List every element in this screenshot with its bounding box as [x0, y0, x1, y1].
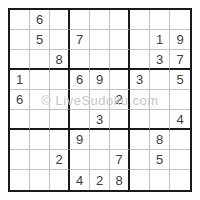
cell-r9c1[interactable]	[10, 170, 30, 190]
cell-r9c5[interactable]: 2	[90, 170, 110, 190]
cell-r2c7[interactable]	[130, 30, 150, 50]
cell-r4c5[interactable]: 9	[90, 70, 110, 90]
cell-r2c4[interactable]: 7	[70, 30, 90, 50]
cell-r7c1[interactable]	[10, 130, 30, 150]
cell-r2c1[interactable]	[10, 30, 30, 50]
cell-r5c6[interactable]: 2	[110, 90, 130, 110]
cell-r3c4[interactable]	[70, 50, 90, 70]
cell-r7c6[interactable]	[110, 130, 130, 150]
sudoku-page: © LiveSudoku.com 65719837169356234982754…	[0, 0, 200, 200]
cell-r9c6[interactable]: 8	[110, 170, 130, 190]
cell-r4c7[interactable]: 3	[130, 70, 150, 90]
cell-r7c5[interactable]	[90, 130, 110, 150]
sudoku-grid: 6571983716935623498275428	[10, 10, 190, 190]
cell-r6c1[interactable]	[10, 110, 30, 130]
cell-r4c3[interactable]	[50, 70, 70, 90]
cell-r2c8[interactable]: 1	[150, 30, 170, 50]
cell-r6c6[interactable]	[110, 110, 130, 130]
cell-r7c8[interactable]: 8	[150, 130, 170, 150]
cell-r3c7[interactable]	[130, 50, 150, 70]
cell-r2c6[interactable]	[110, 30, 130, 50]
cell-r8c1[interactable]	[10, 150, 30, 170]
cell-r2c3[interactable]	[50, 30, 70, 50]
cell-r2c9[interactable]: 9	[170, 30, 190, 50]
cell-r1c2[interactable]: 6	[30, 10, 50, 30]
cell-r9c4[interactable]: 4	[70, 170, 90, 190]
cell-r4c6[interactable]	[110, 70, 130, 90]
cell-r6c4[interactable]	[70, 110, 90, 130]
cell-r1c9[interactable]	[170, 10, 190, 30]
cell-r6c5[interactable]: 3	[90, 110, 110, 130]
cell-r8c3[interactable]: 2	[50, 150, 70, 170]
cell-r5c5[interactable]	[90, 90, 110, 110]
cell-r7c2[interactable]	[30, 130, 50, 150]
cell-r1c7[interactable]	[130, 10, 150, 30]
cell-r9c3[interactable]	[50, 170, 70, 190]
cell-r9c9[interactable]	[170, 170, 190, 190]
cell-r4c1[interactable]: 1	[10, 70, 30, 90]
cell-r6c3[interactable]	[50, 110, 70, 130]
cell-r7c7[interactable]	[130, 130, 150, 150]
cell-r7c9[interactable]	[170, 130, 190, 150]
cell-r6c8[interactable]	[150, 110, 170, 130]
cell-r8c2[interactable]	[30, 150, 50, 170]
cell-r3c2[interactable]	[30, 50, 50, 70]
cell-r6c2[interactable]	[30, 110, 50, 130]
cell-r8c9[interactable]	[170, 150, 190, 170]
cell-r3c6[interactable]	[110, 50, 130, 70]
cell-r4c9[interactable]: 5	[170, 70, 190, 90]
cell-r8c8[interactable]: 5	[150, 150, 170, 170]
cell-r1c5[interactable]	[90, 10, 110, 30]
cell-r5c9[interactable]	[170, 90, 190, 110]
cell-r1c4[interactable]	[70, 10, 90, 30]
cell-r4c4[interactable]: 6	[70, 70, 90, 90]
cell-r5c1[interactable]: 6	[10, 90, 30, 110]
cell-r4c2[interactable]	[30, 70, 50, 90]
cell-r3c8[interactable]: 3	[150, 50, 170, 70]
cell-r9c7[interactable]	[130, 170, 150, 190]
cell-r5c7[interactable]	[130, 90, 150, 110]
cell-r6c7[interactable]	[130, 110, 150, 130]
cell-r3c1[interactable]	[10, 50, 30, 70]
cell-r1c1[interactable]	[10, 10, 30, 30]
cell-r3c9[interactable]: 7	[170, 50, 190, 70]
cell-r1c3[interactable]	[50, 10, 70, 30]
cell-r5c2[interactable]	[30, 90, 50, 110]
sudoku-board: © LiveSudoku.com 65719837169356234982754…	[8, 8, 192, 192]
cell-r9c8[interactable]	[150, 170, 170, 190]
cell-r5c8[interactable]	[150, 90, 170, 110]
cell-r8c5[interactable]	[90, 150, 110, 170]
cell-r8c4[interactable]	[70, 150, 90, 170]
cell-r3c3[interactable]: 8	[50, 50, 70, 70]
cell-r4c8[interactable]	[150, 70, 170, 90]
cell-r7c4[interactable]: 9	[70, 130, 90, 150]
cell-r2c2[interactable]: 5	[30, 30, 50, 50]
cell-r2c5[interactable]	[90, 30, 110, 50]
cell-r7c3[interactable]	[50, 130, 70, 150]
cell-r1c6[interactable]	[110, 10, 130, 30]
cell-r5c4[interactable]	[70, 90, 90, 110]
cell-r9c2[interactable]	[30, 170, 50, 190]
cell-r6c9[interactable]: 4	[170, 110, 190, 130]
cell-r8c7[interactable]	[130, 150, 150, 170]
cell-r1c8[interactable]	[150, 10, 170, 30]
cell-r8c6[interactable]: 7	[110, 150, 130, 170]
cell-r3c5[interactable]	[90, 50, 110, 70]
cell-r5c3[interactable]	[50, 90, 70, 110]
